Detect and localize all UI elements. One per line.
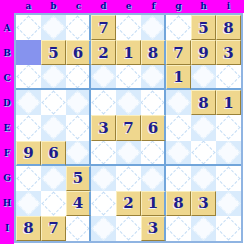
diamond-decoration bbox=[41, 16, 65, 40]
col-label-b: b bbox=[41, 0, 66, 13]
diamond-decoration bbox=[216, 65, 240, 89]
cell-Ef[interactable]: 6 bbox=[141, 115, 166, 140]
row-label-H: H bbox=[0, 198, 14, 208]
diamond-decoration bbox=[16, 65, 40, 89]
cell-value: 1 bbox=[223, 94, 233, 112]
cell-value: 1 bbox=[148, 194, 158, 212]
cell-Bd[interactable]: 2 bbox=[91, 40, 116, 65]
cell-value: 9 bbox=[198, 44, 208, 62]
cell-Gb[interactable] bbox=[41, 166, 66, 191]
cell-Ae[interactable] bbox=[116, 15, 141, 40]
diamond-decoration bbox=[166, 216, 190, 240]
cell-Ee[interactable]: 7 bbox=[116, 115, 141, 140]
diamond-decoration bbox=[41, 166, 65, 190]
diamond-decoration bbox=[41, 65, 65, 89]
diamond-decoration bbox=[191, 65, 215, 89]
cell-Dd[interactable] bbox=[91, 90, 116, 115]
cell-value: 6 bbox=[73, 44, 83, 62]
cell-Gc[interactable]: 5 bbox=[66, 166, 91, 191]
cell-Ie[interactable] bbox=[116, 216, 141, 241]
row-label-D: D bbox=[0, 98, 14, 108]
diamond-decoration bbox=[66, 65, 90, 89]
diamond-decoration bbox=[141, 166, 165, 190]
cell-Ic[interactable] bbox=[66, 216, 91, 241]
cell-value: 8 bbox=[173, 194, 183, 212]
cell-Hd[interactable] bbox=[91, 191, 116, 216]
cell-Ff[interactable] bbox=[141, 141, 166, 166]
diamond-decoration bbox=[66, 16, 90, 40]
row-label-I: I bbox=[0, 223, 14, 233]
diamond-decoration bbox=[116, 65, 140, 89]
cell-Da[interactable] bbox=[16, 90, 41, 115]
diamond-decoration bbox=[66, 216, 90, 240]
sudoku-board: 7585621879318137696542183873 bbox=[14, 13, 243, 243]
col-label-f: f bbox=[141, 0, 166, 13]
col-label-c: c bbox=[66, 0, 91, 13]
cell-Ah[interactable]: 5 bbox=[191, 15, 216, 40]
diamond-decoration bbox=[216, 116, 240, 140]
cell-Dg[interactable] bbox=[166, 90, 191, 115]
diamond-decoration bbox=[141, 141, 165, 165]
diamond-decoration bbox=[16, 116, 40, 140]
diamond-decoration bbox=[141, 91, 165, 115]
cell-Bg[interactable]: 7 bbox=[166, 40, 191, 65]
cell-Ec[interactable] bbox=[66, 115, 91, 140]
cell-Ab[interactable] bbox=[41, 15, 66, 40]
diamond-decoration bbox=[191, 166, 215, 190]
cell-Bc[interactable]: 6 bbox=[66, 40, 91, 65]
cell-Db[interactable] bbox=[41, 90, 66, 115]
cell-Hf[interactable]: 1 bbox=[141, 191, 166, 216]
diamond-decoration bbox=[141, 65, 165, 89]
cell-Ea[interactable] bbox=[16, 115, 41, 140]
cell-Cf[interactable] bbox=[141, 65, 166, 90]
cell-Ig[interactable] bbox=[166, 216, 191, 241]
cell-Ei[interactable] bbox=[216, 115, 241, 140]
cell-Hh[interactable]: 3 bbox=[191, 191, 216, 216]
col-label-h: h bbox=[191, 0, 216, 13]
diamond-decoration bbox=[91, 91, 115, 115]
cell-value: 5 bbox=[198, 19, 208, 37]
cell-value: 5 bbox=[48, 44, 58, 62]
cell-value: 8 bbox=[198, 94, 208, 112]
cell-He[interactable]: 2 bbox=[116, 191, 141, 216]
cell-Hg[interactable]: 8 bbox=[166, 191, 191, 216]
cell-Cg[interactable]: 1 bbox=[166, 65, 191, 90]
cell-Cd[interactable] bbox=[91, 65, 116, 90]
cell-Eb[interactable] bbox=[41, 115, 66, 140]
cell-value: 1 bbox=[123, 44, 133, 62]
cell-Di[interactable]: 1 bbox=[216, 90, 241, 115]
cell-Cc[interactable] bbox=[66, 65, 91, 90]
cell-value: 9 bbox=[23, 144, 33, 162]
cell-Ge[interactable] bbox=[116, 166, 141, 191]
cell-Hc[interactable]: 4 bbox=[66, 191, 91, 216]
cell-value: 8 bbox=[223, 19, 233, 37]
cell-value: 7 bbox=[123, 119, 133, 137]
col-label-a: a bbox=[16, 0, 41, 13]
cell-Fc[interactable] bbox=[66, 141, 91, 166]
cell-value: 5 bbox=[73, 169, 83, 187]
cell-Fb[interactable]: 6 bbox=[41, 141, 66, 166]
diamond-decoration bbox=[91, 191, 115, 215]
diamond-decoration bbox=[166, 166, 190, 190]
diamond-decoration bbox=[66, 141, 90, 165]
cell-Gi[interactable] bbox=[216, 166, 241, 191]
cell-Ba[interactable] bbox=[16, 40, 41, 65]
cell-If[interactable]: 3 bbox=[141, 216, 166, 241]
cell-Ia[interactable]: 8 bbox=[16, 216, 41, 241]
cell-value: 7 bbox=[98, 19, 108, 37]
cell-Fi[interactable] bbox=[216, 141, 241, 166]
row-label-G: G bbox=[0, 173, 14, 183]
cell-Ii[interactable] bbox=[216, 216, 241, 241]
cell-value: 8 bbox=[148, 44, 158, 62]
diamond-decoration bbox=[91, 216, 115, 240]
cell-Ai[interactable]: 8 bbox=[216, 15, 241, 40]
cell-value: 7 bbox=[173, 44, 183, 62]
cell-value: 3 bbox=[98, 119, 108, 137]
diamond-decoration bbox=[16, 91, 40, 115]
cell-Bh[interactable]: 9 bbox=[191, 40, 216, 65]
cell-Id[interactable] bbox=[91, 216, 116, 241]
col-label-e: e bbox=[116, 0, 141, 13]
cell-value: 3 bbox=[198, 194, 208, 212]
cell-Fe[interactable] bbox=[116, 141, 141, 166]
column-labels: abcdefghi bbox=[16, 0, 241, 13]
cell-Hi[interactable] bbox=[216, 191, 241, 216]
cell-Ad[interactable]: 7 bbox=[91, 15, 116, 40]
cell-Gd[interactable] bbox=[91, 166, 116, 191]
diamond-decoration bbox=[166, 91, 190, 115]
cell-value: 6 bbox=[148, 119, 158, 137]
cell-Fd[interactable] bbox=[91, 141, 116, 166]
cell-Ci[interactable] bbox=[216, 65, 241, 90]
diamond-decoration bbox=[91, 65, 115, 89]
cell-Aa[interactable] bbox=[16, 15, 41, 40]
diamond-decoration bbox=[191, 116, 215, 140]
diamond-decoration bbox=[166, 16, 190, 40]
cell-value: 3 bbox=[223, 44, 233, 62]
cell-Bf[interactable]: 8 bbox=[141, 40, 166, 65]
diamond-decoration bbox=[66, 91, 90, 115]
cell-De[interactable] bbox=[116, 90, 141, 115]
diamond-decoration bbox=[41, 116, 65, 140]
cell-Ib[interactable]: 7 bbox=[41, 216, 66, 241]
cell-value: 8 bbox=[23, 219, 33, 237]
col-label-g: g bbox=[166, 0, 191, 13]
diamond-decoration bbox=[41, 91, 65, 115]
diamond-decoration bbox=[91, 166, 115, 190]
diamond-decoration bbox=[116, 166, 140, 190]
row-label-F: F bbox=[0, 148, 14, 158]
cell-value: 7 bbox=[48, 219, 58, 237]
diamond-decoration bbox=[16, 16, 40, 40]
cell-value: 2 bbox=[98, 44, 108, 62]
diamond-decoration bbox=[166, 116, 190, 140]
cell-Dh[interactable]: 8 bbox=[191, 90, 216, 115]
row-label-A: A bbox=[0, 23, 14, 33]
cell-Eh[interactable] bbox=[191, 115, 216, 140]
row-labels: ABCDEFGHI bbox=[0, 15, 14, 241]
diamond-decoration bbox=[91, 141, 115, 165]
diamond-decoration bbox=[216, 166, 240, 190]
diamond-decoration bbox=[116, 16, 140, 40]
cell-Gg[interactable] bbox=[166, 166, 191, 191]
cell-Bb[interactable]: 5 bbox=[41, 40, 66, 65]
cell-Dc[interactable] bbox=[66, 90, 91, 115]
cell-Gf[interactable] bbox=[141, 166, 166, 191]
cell-Bi[interactable]: 3 bbox=[216, 40, 241, 65]
cell-value: 2 bbox=[123, 194, 133, 212]
cell-Cb[interactable] bbox=[41, 65, 66, 90]
cell-Ag[interactable] bbox=[166, 15, 191, 40]
cell-value: 4 bbox=[73, 194, 83, 212]
cell-Ed[interactable]: 3 bbox=[91, 115, 116, 140]
cell-Df[interactable] bbox=[141, 90, 166, 115]
cell-Eg[interactable] bbox=[166, 115, 191, 140]
row-label-E: E bbox=[0, 123, 14, 133]
diamond-decoration bbox=[116, 141, 140, 165]
row-label-B: B bbox=[0, 48, 14, 58]
cell-Ch[interactable] bbox=[191, 65, 216, 90]
diamond-decoration bbox=[16, 191, 40, 215]
diamond-decoration bbox=[191, 216, 215, 240]
cell-Ga[interactable] bbox=[16, 166, 41, 191]
row-label-C: C bbox=[0, 73, 14, 83]
cell-Af[interactable] bbox=[141, 15, 166, 40]
cell-Be[interactable]: 1 bbox=[116, 40, 141, 65]
cell-Fg[interactable] bbox=[166, 141, 191, 166]
col-label-d: d bbox=[91, 0, 116, 13]
cell-value: 6 bbox=[48, 144, 58, 162]
cell-Ih[interactable] bbox=[191, 216, 216, 241]
diamond-decoration bbox=[216, 216, 240, 240]
cell-Ha[interactable] bbox=[16, 191, 41, 216]
cell-Gh[interactable] bbox=[191, 166, 216, 191]
diamond-decoration bbox=[16, 166, 40, 190]
cell-value: 1 bbox=[173, 68, 183, 86]
diamond-decoration bbox=[141, 16, 165, 40]
cell-Hb[interactable] bbox=[41, 191, 66, 216]
diamond-decoration bbox=[41, 191, 65, 215]
cell-Ac[interactable] bbox=[66, 15, 91, 40]
diamond-decoration bbox=[116, 216, 140, 240]
cell-Ce[interactable] bbox=[116, 65, 141, 90]
cell-value: 3 bbox=[148, 219, 158, 237]
cell-Fh[interactable] bbox=[191, 141, 216, 166]
diamond-decoration bbox=[216, 191, 240, 215]
diamond-decoration bbox=[191, 141, 215, 165]
cell-Ca[interactable] bbox=[16, 65, 41, 90]
diamond-decoration bbox=[216, 141, 240, 165]
col-label-i: i bbox=[216, 0, 241, 13]
cell-Fa[interactable]: 9 bbox=[16, 141, 41, 166]
diamond-decoration bbox=[116, 91, 140, 115]
diamond-decoration bbox=[166, 141, 190, 165]
diamond-decoration bbox=[66, 116, 90, 140]
